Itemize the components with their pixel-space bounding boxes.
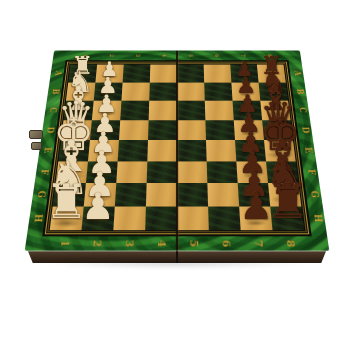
piece-white-pawn[interactable]: ♟ — [81, 188, 114, 225]
rank-letter-right: H — [311, 214, 322, 222]
file-number-top: 5 — [187, 54, 192, 57]
square[interactable] — [177, 120, 206, 140]
square[interactable] — [204, 65, 232, 83]
file-number-top: 3 — [135, 54, 141, 57]
file-number-bottom: 1 — [58, 240, 70, 247]
file-number-bottom: 5 — [188, 240, 199, 247]
square[interactable] — [118, 140, 148, 161]
square[interactable] — [177, 101, 205, 120]
square[interactable] — [177, 183, 208, 206]
file-number-bottom: 3 — [123, 240, 134, 247]
square[interactable] — [207, 183, 239, 206]
rank-letter-left: A — [53, 71, 62, 76]
square[interactable] — [208, 206, 241, 230]
file-number-bottom: 8 — [284, 240, 296, 247]
square[interactable] — [206, 140, 236, 161]
square[interactable] — [149, 82, 177, 100]
square[interactable] — [177, 82, 205, 100]
square[interactable] — [207, 161, 238, 183]
rank-letter-left: H — [32, 214, 43, 222]
square[interactable] — [113, 206, 146, 230]
file-number-top: 4 — [161, 54, 166, 57]
square[interactable] — [205, 101, 234, 120]
rank-letter-right: G — [308, 191, 319, 198]
square[interactable] — [121, 82, 149, 100]
board-shadow — [42, 259, 308, 268]
square[interactable] — [148, 120, 177, 140]
square[interactable] — [145, 206, 177, 230]
square[interactable] — [150, 65, 177, 83]
square[interactable] — [177, 140, 207, 161]
file-number-bottom: 7 — [252, 240, 264, 247]
square[interactable] — [177, 206, 209, 230]
file-number-bottom: 2 — [91, 240, 103, 247]
square[interactable] — [123, 65, 151, 83]
square[interactable] — [177, 65, 204, 83]
square[interactable] — [177, 161, 207, 183]
square[interactable] — [205, 120, 235, 140]
file-number-bottom: 6 — [220, 240, 231, 247]
square[interactable] — [149, 101, 177, 120]
square[interactable] — [116, 161, 147, 183]
square[interactable] — [115, 183, 147, 206]
square[interactable] — [147, 140, 177, 161]
chess-set-photo: 1234567812345678ABCDEFGHABCDEFGH ♜♟♟♜♞♟♟… — [0, 0, 348, 348]
square[interactable] — [119, 120, 149, 140]
piece-black-rook[interactable]: ♜ — [266, 178, 309, 226]
file-number-top: 6 — [214, 54, 220, 57]
square[interactable] — [204, 82, 232, 100]
brass-latch — [29, 130, 43, 139]
fold-seam — [176, 51, 178, 251]
brass-latch-hook — [31, 142, 42, 150]
square[interactable] — [146, 183, 177, 206]
square[interactable] — [147, 161, 177, 183]
rank-letter-right: A — [292, 71, 301, 76]
file-number-bottom: 4 — [155, 240, 166, 247]
rank-letter-right: B — [295, 88, 304, 94]
square[interactable] — [120, 101, 149, 120]
